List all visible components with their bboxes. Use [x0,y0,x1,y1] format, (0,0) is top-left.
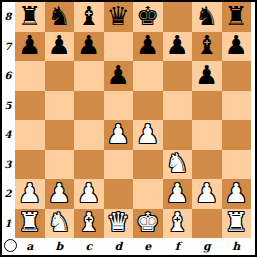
file-label-e: e [133,239,163,254]
white-pawn[interactable]: ♟ [107,121,130,147]
white-rook[interactable]: ♜ [225,209,248,235]
square-a3[interactable] [15,150,45,180]
chess-diagram: ♜♞♝♛♚♞♜♟♟♟♟♟♝♟♟♟♟♟♞♟♟♟♟♟♟♜♞♝♛♚♝♜ 8765432… [0,0,257,257]
square-h1[interactable]: ♜ [222,209,252,239]
square-b2[interactable]: ♟ [45,179,75,209]
square-e6[interactable] [133,61,163,91]
square-f5[interactable] [163,91,193,121]
square-e4[interactable]: ♟ [133,120,163,150]
file-label-a: a [15,239,45,254]
square-c5[interactable] [74,91,104,121]
square-e7[interactable]: ♟ [133,32,163,62]
white-knight[interactable]: ♞ [48,209,71,235]
square-d3[interactable] [104,150,134,180]
square-c3[interactable] [74,150,104,180]
rank-label-5: 5 [2,91,14,121]
rank-label-8: 8 [2,2,14,32]
square-a6[interactable] [15,61,45,91]
rank-label-1: 1 [2,209,14,239]
square-c1[interactable]: ♝ [74,209,104,239]
square-g5[interactable] [192,91,222,121]
white-bishop[interactable]: ♝ [77,209,100,235]
black-rook[interactable]: ♜ [18,3,41,29]
black-pawn[interactable]: ♟ [77,32,100,58]
file-label-f: f [163,239,193,254]
white-pawn[interactable]: ♟ [48,180,71,206]
white-pawn[interactable]: ♟ [225,180,248,206]
black-pawn[interactable]: ♟ [225,32,248,58]
square-g2[interactable]: ♟ [192,179,222,209]
square-f2[interactable]: ♟ [163,179,193,209]
black-king[interactable]: ♚ [136,3,159,29]
square-c4[interactable] [74,120,104,150]
rank-label-6: 6 [2,61,14,91]
white-pawn[interactable]: ♟ [136,121,159,147]
square-d7[interactable] [104,32,134,62]
square-h3[interactable] [222,150,252,180]
square-c6[interactable] [74,61,104,91]
rank-label-2: 2 [2,179,14,209]
rank-label-3: 3 [2,150,14,180]
square-f6[interactable] [163,61,193,91]
chess-board: ♜♞♝♛♚♞♜♟♟♟♟♟♝♟♟♟♟♟♞♟♟♟♟♟♟♜♞♝♛♚♝♜ [15,2,251,238]
black-pawn[interactable]: ♟ [166,32,189,58]
square-e1[interactable]: ♚ [133,209,163,239]
black-pawn[interactable]: ♟ [18,32,41,58]
square-g7[interactable]: ♝ [192,32,222,62]
square-h5[interactable] [222,91,252,121]
square-b8[interactable]: ♞ [45,2,75,32]
white-rook[interactable]: ♜ [18,209,41,235]
square-a5[interactable] [15,91,45,121]
square-e5[interactable] [133,91,163,121]
square-c2[interactable]: ♟ [74,179,104,209]
black-bishop[interactable]: ♝ [77,3,100,29]
black-pawn[interactable]: ♟ [48,32,71,58]
rank-label-4: 4 [2,120,14,150]
square-f8[interactable] [163,2,193,32]
square-a4[interactable] [15,120,45,150]
square-e3[interactable] [133,150,163,180]
square-h7[interactable]: ♟ [222,32,252,62]
black-queen[interactable]: ♛ [107,3,130,29]
square-b6[interactable] [45,61,75,91]
file-label-g: g [192,239,222,254]
white-pawn[interactable]: ♟ [77,180,100,206]
square-d4[interactable]: ♟ [104,120,134,150]
black-knight[interactable]: ♞ [195,3,218,29]
square-d5[interactable] [104,91,134,121]
white-bishop[interactable]: ♝ [166,209,189,235]
square-c7[interactable]: ♟ [74,32,104,62]
black-pawn[interactable]: ♟ [107,62,130,88]
square-h2[interactable]: ♟ [222,179,252,209]
white-queen[interactable]: ♛ [107,209,130,235]
square-a2[interactable]: ♟ [15,179,45,209]
white-knight[interactable]: ♞ [166,150,189,176]
white-pawn[interactable]: ♟ [18,180,41,206]
file-label-b: b [45,239,75,254]
square-g1[interactable] [192,209,222,239]
square-d6[interactable]: ♟ [104,61,134,91]
black-knight[interactable]: ♞ [48,3,71,29]
square-g6[interactable]: ♟ [192,61,222,91]
white-king[interactable]: ♚ [136,209,159,235]
square-d8[interactable]: ♛ [104,2,134,32]
white-pawn[interactable]: ♟ [195,180,218,206]
file-label-h: h [222,239,252,254]
square-h6[interactable] [222,61,252,91]
file-label-c: c [74,239,104,254]
square-g4[interactable] [192,120,222,150]
square-c8[interactable]: ♝ [74,2,104,32]
square-f7[interactable]: ♟ [163,32,193,62]
square-a8[interactable]: ♜ [15,2,45,32]
square-b5[interactable] [45,91,75,121]
square-b4[interactable] [45,120,75,150]
square-d1[interactable]: ♛ [104,209,134,239]
white-pawn[interactable]: ♟ [166,180,189,206]
square-b7[interactable]: ♟ [45,32,75,62]
black-pawn[interactable]: ♟ [136,32,159,58]
white-to-move-indicator [4,239,17,252]
square-e8[interactable]: ♚ [133,2,163,32]
square-h4[interactable] [222,120,252,150]
square-a7[interactable]: ♟ [15,32,45,62]
black-bishop[interactable]: ♝ [195,32,218,58]
square-b1[interactable]: ♞ [45,209,75,239]
square-d2[interactable] [104,179,134,209]
rank-label-7: 7 [2,32,14,62]
square-a1[interactable]: ♜ [15,209,45,239]
square-e2[interactable] [133,179,163,209]
square-f3[interactable]: ♞ [163,150,193,180]
square-b3[interactable] [45,150,75,180]
square-g3[interactable] [192,150,222,180]
square-f1[interactable]: ♝ [163,209,193,239]
file-label-d: d [104,239,134,254]
square-f4[interactable] [163,120,193,150]
square-g8[interactable]: ♞ [192,2,222,32]
black-rook[interactable]: ♜ [225,3,248,29]
square-h8[interactable]: ♜ [222,2,252,32]
black-pawn[interactable]: ♟ [195,62,218,88]
